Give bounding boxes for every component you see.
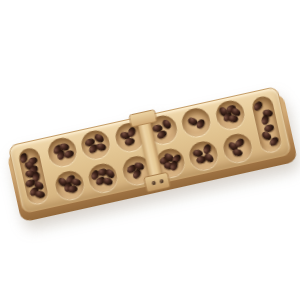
seed	[34, 190, 45, 199]
seed	[228, 115, 239, 123]
store-right	[251, 94, 284, 153]
pit-bottom-5[interactable]	[187, 139, 220, 172]
seed	[252, 100, 264, 112]
board-wrapper	[8, 86, 293, 214]
pit-top-5[interactable]	[180, 106, 213, 139]
board-half-left	[9, 117, 157, 213]
mancala-board	[8, 86, 293, 214]
seed	[96, 142, 107, 151]
board-half-right	[143, 87, 291, 183]
pit-bottom-1[interactable]	[53, 168, 86, 201]
product-photo-background	[0, 0, 300, 300]
pit-top-2[interactable]	[79, 128, 112, 161]
seed	[127, 126, 137, 138]
pit-bottom-6[interactable]	[221, 131, 254, 164]
seed	[124, 137, 136, 146]
screw-icon	[159, 179, 164, 184]
store-left	[17, 146, 50, 205]
seed	[203, 151, 215, 163]
pit-top-1[interactable]	[46, 135, 79, 168]
seed	[234, 137, 246, 149]
pit-top-6[interactable]	[213, 98, 246, 131]
seed	[232, 148, 243, 157]
seed	[67, 185, 78, 194]
screw-icon	[151, 181, 156, 186]
pit-bottom-2[interactable]	[87, 161, 120, 194]
